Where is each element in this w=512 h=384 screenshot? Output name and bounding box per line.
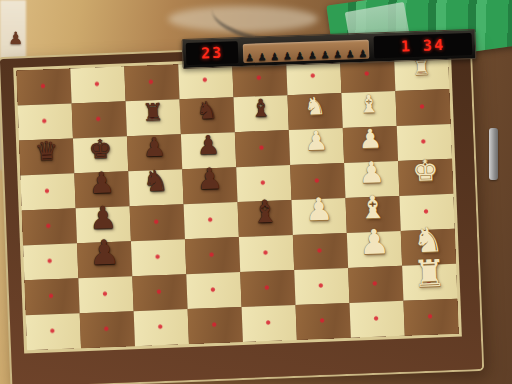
piece-wK[interactable]: ♚ [412,156,439,186]
board-hinge [489,128,498,180]
mini-pawn-marker: ♟ [295,50,304,61]
piece-bP[interactable]: ♟ [196,132,220,159]
mini-pawn-marker: ♟ [358,48,367,59]
piece-wP[interactable]: ♟ [304,127,328,154]
captured-pawn-strip: ♟♟♟♟♟♟♟♟♟♟ [243,40,370,63]
piece-bK[interactable]: ♚ [88,136,112,163]
piece-wP[interactable]: ♟ [358,224,390,259]
piece-bP[interactable]: ♟ [88,235,120,270]
captured-pawn-on-table: ♟ [8,28,23,48]
mini-pawn-marker: ♟ [245,52,254,63]
piece-bB[interactable]: ♝ [250,196,279,228]
mini-pawn-marker: ♟ [346,48,355,59]
piece-bP[interactable]: ♟ [196,164,223,194]
piece-wN[interactable]: ♞ [304,94,326,119]
chess-board: ♜♜♞♝♞♝♛♚♟♟♟♟♟♞♟♟♚♟♝♟♝♟♟♞♜ [0,41,482,384]
pieces-layer: ♜♜♞♝♞♝♛♚♟♟♟♟♟♞♟♟♚♟♝♟♝♟♟♞♜ [16,54,458,350]
mini-pawn-marker: ♟ [308,49,317,60]
photo-canvas: { "game": "chess", "scene_description": … [0,0,512,384]
piece-bN[interactable]: ♞ [142,166,169,196]
piece-wB[interactable]: ♝ [358,191,387,223]
mini-pawn-marker: ♟ [320,49,329,60]
mini-pawn-marker: ♟ [283,50,292,61]
piece-bR[interactable]: ♜ [142,100,164,125]
clock-right-display: 1 34 [374,33,473,58]
piece-wR[interactable]: ♜ [412,255,447,293]
clock-left-display: 23 [186,41,239,65]
piece-bQ[interactable]: ♛ [34,138,58,165]
piece-bP[interactable]: ♟ [88,168,115,198]
piece-wB[interactable]: ♝ [358,92,380,117]
mini-pawn-marker: ♟ [257,51,266,62]
mini-pawn-marker: ♟ [333,49,342,60]
mini-pawn-marker: ♟ [270,51,279,62]
piece-bP[interactable]: ♟ [142,134,166,161]
piece-bP[interactable]: ♟ [89,202,118,234]
piece-wP[interactable]: ♟ [304,194,333,226]
piece-bN[interactable]: ♞ [196,98,218,123]
piece-wP[interactable]: ♟ [358,125,382,152]
piece-wP[interactable]: ♟ [358,158,385,188]
piece-bB[interactable]: ♝ [250,96,272,121]
